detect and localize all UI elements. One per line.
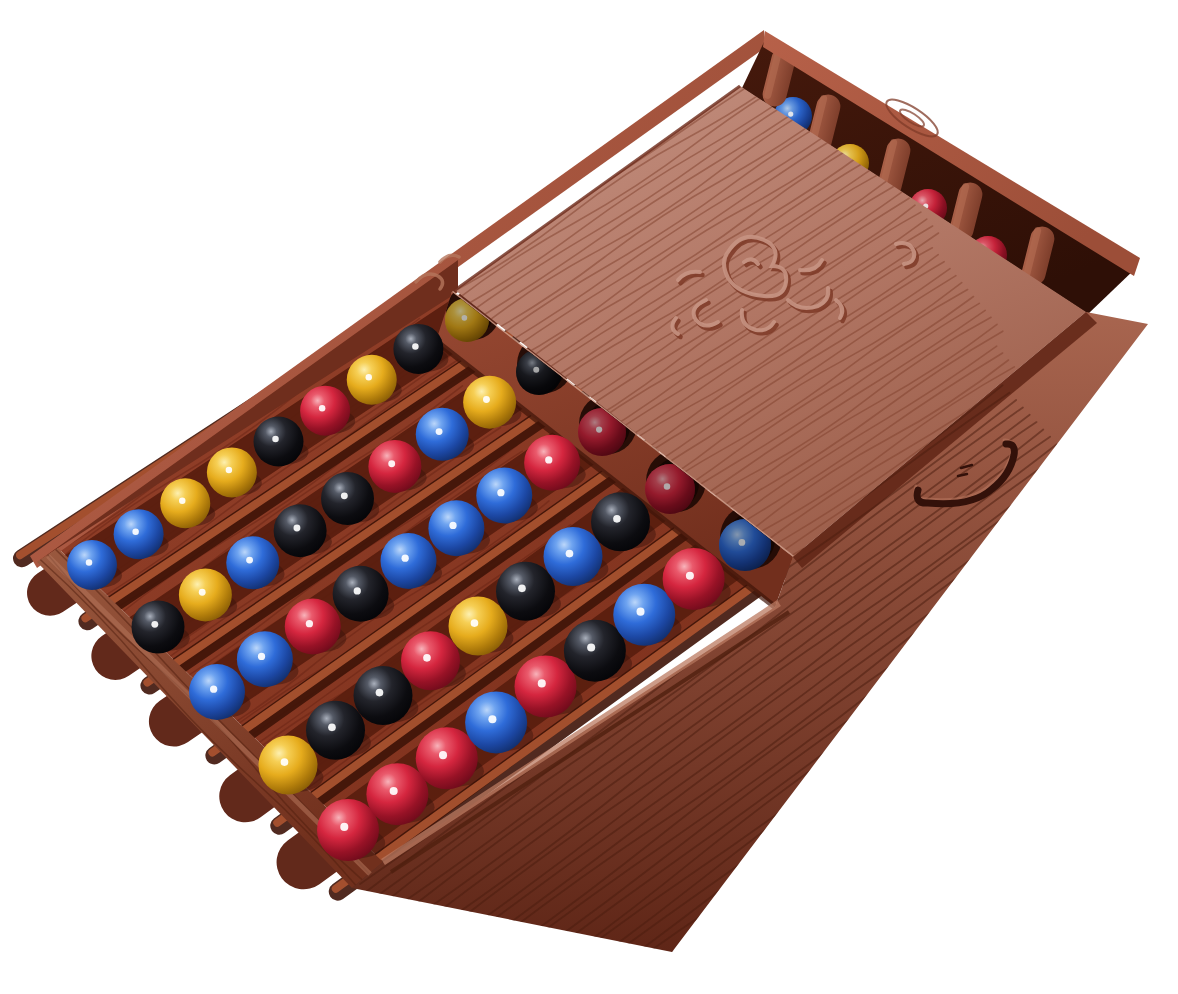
- marble-dispenser-box: [0, 0, 1178, 994]
- product-photo: Potion Explosion: [0, 0, 1178, 994]
